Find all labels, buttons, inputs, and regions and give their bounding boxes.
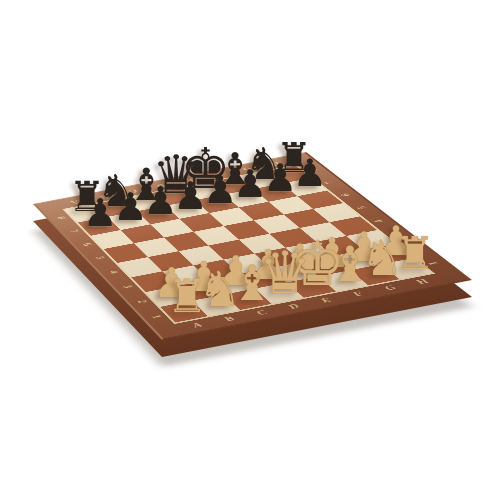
piece-white-rook[interactable]: ♜: [167, 275, 208, 321]
piece-black-pawn[interactable]: ♟: [113, 188, 147, 226]
piece-black-pawn[interactable]: ♟: [263, 159, 297, 197]
piece-black-pawn[interactable]: ♟: [203, 171, 237, 209]
piece-black-pawn[interactable]: ♟: [173, 177, 207, 215]
piece-black-pawn[interactable]: ♟: [83, 194, 117, 232]
piece-black-pawn[interactable]: ♟: [143, 182, 177, 220]
chessboard-photo: ABCDEFGH ABCDEFGH 87654321 87654321 ♜♞♝♛…: [0, 0, 500, 500]
piece-black-pawn[interactable]: ♟: [293, 154, 327, 192]
piece-black-pawn[interactable]: ♟: [233, 165, 267, 203]
